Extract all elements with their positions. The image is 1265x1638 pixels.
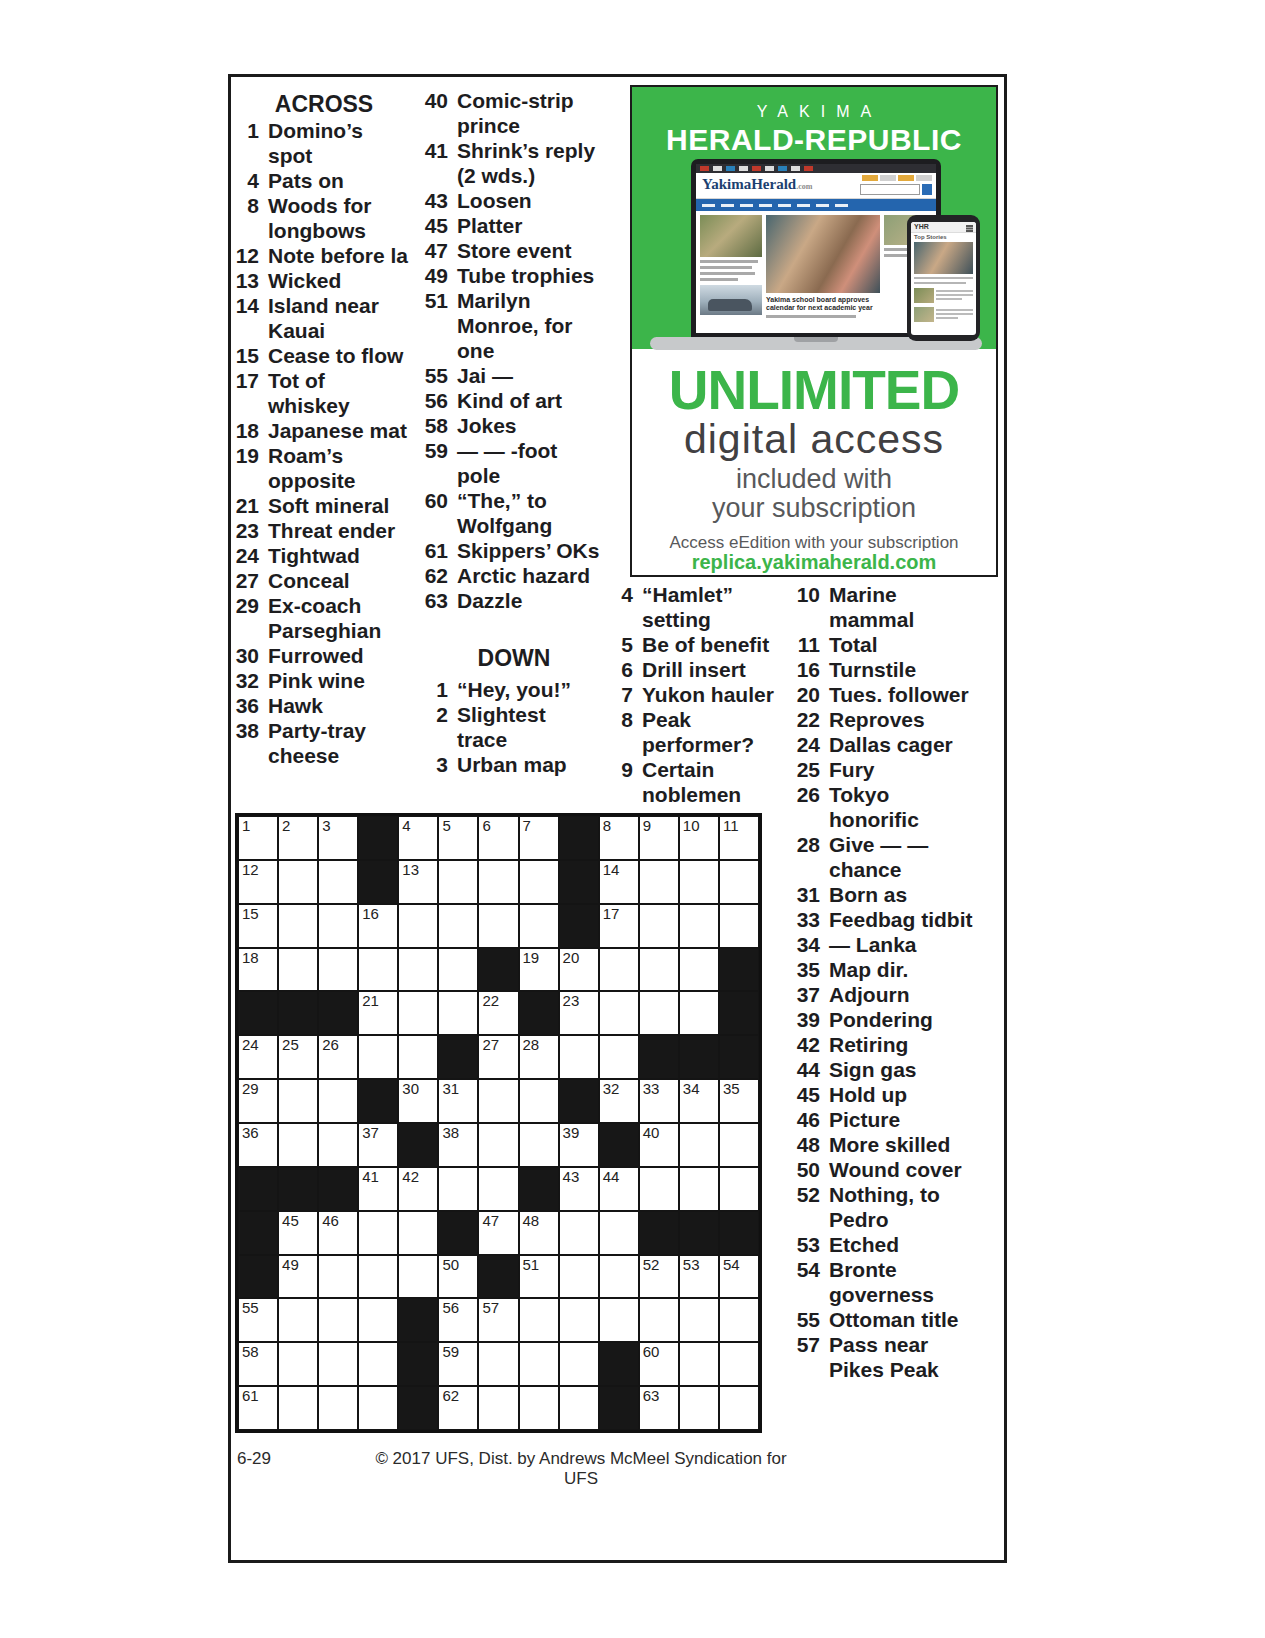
puzzle-date: 6-29: [237, 1449, 271, 1469]
clue-text: Japanese mat: [268, 418, 415, 443]
clue-item: 40Comic-strip prince: [422, 88, 606, 138]
grid-cell[interactable]: 23: [559, 991, 599, 1035]
grid-cell[interactable]: [358, 1035, 398, 1079]
grid-cell[interactable]: 46: [318, 1211, 358, 1255]
clue-text: Total: [829, 632, 997, 657]
grid-cell[interactable]: 5: [438, 816, 478, 860]
clue-item: 17Tot of whiskey: [233, 368, 415, 418]
grid-cell[interactable]: [519, 904, 559, 948]
cell-number: 63: [643, 1388, 660, 1404]
clue-item: 24Tightwad: [233, 543, 415, 568]
clue-text: Sign gas: [829, 1057, 997, 1082]
grid-cell[interactable]: 50: [438, 1255, 478, 1299]
grid-cell[interactable]: 7: [519, 816, 559, 860]
grid-cell[interactable]: [438, 1167, 478, 1211]
grid-cell[interactable]: [438, 904, 478, 948]
clue-number: 24: [789, 732, 820, 757]
grid-cell[interactable]: [719, 860, 759, 904]
clue-text: Comic-strip prince: [457, 88, 606, 138]
clue-number: 45: [789, 1082, 820, 1107]
clue-text: Slightest trace: [457, 702, 606, 752]
cell-number: 1: [242, 818, 250, 834]
phone-mockup: YHR Top Stories: [907, 215, 980, 341]
grid-cell[interactable]: 42: [398, 1167, 438, 1211]
grid-cell[interactable]: [398, 904, 438, 948]
site-search-button: [922, 184, 932, 195]
cell-number: 60: [643, 1344, 660, 1360]
clue-number: 23: [233, 518, 259, 543]
clue-item: 20Tues. follower: [789, 682, 997, 707]
grid-cell[interactable]: 24: [238, 1035, 278, 1079]
phone-thumb-2: [914, 307, 934, 322]
grid-cell[interactable]: [679, 860, 719, 904]
clue-text: Store event: [457, 238, 606, 263]
cell-number: 61: [242, 1388, 259, 1404]
grid-cell[interactable]: 63: [639, 1386, 679, 1430]
grid-cell[interactable]: 10: [679, 816, 719, 860]
cell-number: 36: [242, 1125, 259, 1141]
grid-cell[interactable]: [278, 1123, 318, 1167]
black-cell: [438, 1211, 478, 1255]
cell-number: 14: [603, 862, 620, 878]
phone-thumb-1: [914, 288, 934, 303]
ad-included-line1: included with: [632, 465, 996, 494]
cell-number: 55: [242, 1300, 259, 1316]
clue-text: Note before la: [268, 243, 415, 268]
grid-cell[interactable]: 52: [639, 1255, 679, 1299]
cell-number: 22: [482, 993, 499, 1009]
cell-number: 15: [242, 906, 259, 922]
grid-cell[interactable]: 3: [318, 816, 358, 860]
clue-item: 31Born as: [789, 882, 997, 907]
grid-cell[interactable]: 32: [599, 1079, 639, 1123]
site-search-box: [860, 184, 920, 195]
grid-cell[interactable]: 17: [599, 904, 639, 948]
black-cell: [398, 1342, 438, 1386]
grid-cell[interactable]: [559, 1255, 599, 1299]
cell-number: 5: [442, 818, 450, 834]
clue-text: Ex-coach Parseghian: [268, 593, 415, 643]
clue-number: 7: [611, 682, 633, 707]
black-cell: [238, 1255, 278, 1299]
cell-number: 31: [442, 1081, 459, 1097]
cell-number: 9: [643, 818, 651, 834]
clue-number: 59: [422, 438, 448, 463]
grid-cell[interactable]: 54: [719, 1255, 759, 1299]
grid-cell[interactable]: [679, 1386, 719, 1430]
clue-text: Island near Kauai: [268, 293, 415, 343]
ad-included-line2: your subscription: [632, 494, 996, 523]
grid-cell[interactable]: [478, 1123, 518, 1167]
clue-number: 15: [233, 343, 259, 368]
grid-cell[interactable]: [639, 860, 679, 904]
grid-cell[interactable]: [639, 991, 679, 1035]
car-ad-image: [700, 285, 762, 315]
grid-cell[interactable]: 51: [519, 1255, 559, 1299]
grid-cell[interactable]: [679, 1298, 719, 1342]
ad-url-link[interactable]: replica.yakimaherald.com: [632, 551, 996, 574]
cell-number: 54: [723, 1257, 740, 1273]
black-cell: [358, 860, 398, 904]
clue-text: Dazzle: [457, 588, 606, 613]
black-cell: [599, 1123, 639, 1167]
clue-number: 36: [233, 693, 259, 718]
grid-cell[interactable]: 58: [238, 1342, 278, 1386]
clue-text: “Hey, you!”: [457, 677, 606, 702]
grid-cell[interactable]: 39: [559, 1123, 599, 1167]
grid-cell[interactable]: [639, 1167, 679, 1211]
grid-cell[interactable]: [559, 1386, 599, 1430]
grid-cell[interactable]: [478, 860, 518, 904]
grid-cell[interactable]: [318, 860, 358, 904]
grid-cell[interactable]: 53: [679, 1255, 719, 1299]
grid-cell[interactable]: 36: [238, 1123, 278, 1167]
clue-text: Ottoman title: [829, 1307, 997, 1332]
clue-item: 7Yukon hauler: [611, 682, 791, 707]
grid-cell[interactable]: [438, 991, 478, 1035]
grid-cell[interactable]: [358, 948, 398, 992]
black-cell: [278, 991, 318, 1035]
black-cell: [358, 816, 398, 860]
grid-cell[interactable]: [318, 1342, 358, 1386]
grid-cell[interactable]: [679, 1342, 719, 1386]
clue-number: 8: [233, 193, 259, 218]
clue-number: 34: [789, 932, 820, 957]
clue-number: 55: [422, 363, 448, 388]
grid-cell[interactable]: 40: [639, 1123, 679, 1167]
grid-cell[interactable]: 35: [719, 1079, 759, 1123]
grid-cell[interactable]: 26: [318, 1035, 358, 1079]
clue-text: Pondering: [829, 1007, 997, 1032]
clue-text: Drill insert: [642, 657, 791, 682]
clue-text: Picture: [829, 1107, 997, 1132]
grid-cell[interactable]: [599, 1255, 639, 1299]
grid-cell[interactable]: 49: [278, 1255, 318, 1299]
newspaper-puzzle-page: ACROSS1Domino’s spot4Pats on8Woods for l…: [0, 0, 1265, 1638]
grid-cell[interactable]: 43: [559, 1167, 599, 1211]
grid-cell[interactable]: 8: [599, 816, 639, 860]
grid-cell[interactable]: [679, 991, 719, 1035]
clue-number: 10: [789, 582, 820, 607]
phone-site-label: YHR: [914, 223, 929, 231]
grid-cell[interactable]: 19: [519, 948, 559, 992]
clue-text: Adjourn: [829, 982, 997, 1007]
grid-cell[interactable]: [358, 1298, 398, 1342]
black-cell: [238, 991, 278, 1035]
clue-text: Urban map: [457, 752, 606, 777]
clue-number: 42: [789, 1032, 820, 1057]
black-cell: [358, 1079, 398, 1123]
grid-cell[interactable]: [719, 1386, 759, 1430]
site-top-tabs: [862, 175, 932, 181]
clue-item: 11Total: [789, 632, 997, 657]
grid-cell[interactable]: 41: [358, 1167, 398, 1211]
grid-cell[interactable]: [478, 1167, 518, 1211]
clue-number: 2: [422, 702, 448, 727]
grid-cell[interactable]: [398, 1255, 438, 1299]
grid-cell[interactable]: [318, 1079, 358, 1123]
black-cell: [559, 904, 599, 948]
grid-cell[interactable]: [639, 1298, 679, 1342]
black-cell: [559, 1079, 599, 1123]
grid-cell[interactable]: [478, 1342, 518, 1386]
grid-cell[interactable]: [398, 948, 438, 992]
cell-number: 45: [282, 1213, 299, 1229]
grid-cell[interactable]: [719, 1298, 759, 1342]
grid-cell[interactable]: [278, 904, 318, 948]
grid-cell[interactable]: 37: [358, 1123, 398, 1167]
grid-cell[interactable]: 56: [438, 1298, 478, 1342]
clue-item: 50Wound cover: [789, 1157, 997, 1182]
clue-text: Tues. follower: [829, 682, 997, 707]
clue-number: 55: [789, 1307, 820, 1332]
cell-number: 30: [402, 1081, 419, 1097]
grid-cell[interactable]: [318, 904, 358, 948]
cell-number: 35: [723, 1081, 740, 1097]
clue-text: Wound cover: [829, 1157, 997, 1182]
cell-number: 51: [523, 1257, 540, 1273]
grid-cell[interactable]: [278, 1386, 318, 1430]
site-left-column: [700, 215, 762, 318]
grid-cell[interactable]: 62: [438, 1386, 478, 1430]
grid-cell[interactable]: 60: [639, 1342, 679, 1386]
grid-cell[interactable]: 31: [438, 1079, 478, 1123]
grid-cell[interactable]: [358, 1255, 398, 1299]
grid-cell[interactable]: [719, 904, 759, 948]
grid-cell[interactable]: 47: [478, 1211, 518, 1255]
clue-text: Retiring: [829, 1032, 997, 1057]
clue-item: 25Fury: [789, 757, 997, 782]
grid-cell[interactable]: [599, 1035, 639, 1079]
grid-cell[interactable]: 6: [478, 816, 518, 860]
grid-cell[interactable]: [278, 1298, 318, 1342]
grid-cell[interactable]: [679, 948, 719, 992]
black-cell: [519, 991, 559, 1035]
puzzle-content-box: ACROSS1Domino’s spot4Pats on8Woods for l…: [228, 74, 1007, 1563]
ad-access-line: Access eEdition with your subscription: [632, 533, 996, 553]
grid-cell[interactable]: [679, 904, 719, 948]
clue-item: 36Hawk: [233, 693, 415, 718]
grid-cell[interactable]: 2: [278, 816, 318, 860]
black-cell: [639, 1211, 679, 1255]
grid-cell[interactable]: [318, 1255, 358, 1299]
clue-item: 9Certain noblemen: [611, 757, 791, 807]
grid-cell[interactable]: [559, 1035, 599, 1079]
grid-cell[interactable]: 15: [238, 904, 278, 948]
grid-cell[interactable]: 29: [238, 1079, 278, 1123]
grid-cell[interactable]: 20: [559, 948, 599, 992]
grid-cell[interactable]: 21: [358, 991, 398, 1035]
clue-number: 45: [422, 213, 448, 238]
clue-item: 46Picture: [789, 1107, 997, 1132]
grid-cell[interactable]: [278, 1342, 318, 1386]
grid-cell[interactable]: [599, 1211, 639, 1255]
clue-column-down-right: 10Marine mammal11Total16Turnstile20Tues.…: [789, 582, 997, 1382]
grid-cell[interactable]: [519, 860, 559, 904]
cell-number: 37: [362, 1125, 379, 1141]
grid-cell[interactable]: [719, 1342, 759, 1386]
grid-cell[interactable]: [719, 1123, 759, 1167]
clue-number: 24: [233, 543, 259, 568]
clue-item: 47Store event: [422, 238, 606, 263]
clue-item: 15Cease to flow: [233, 343, 415, 368]
cell-number: 52: [643, 1257, 660, 1273]
grid-cell[interactable]: 14: [599, 860, 639, 904]
grid-cell[interactable]: [478, 904, 518, 948]
ad-yakima-herald: YAKIMA HERALD-REPUBLIC YakimaHerald.com: [630, 85, 998, 577]
grid-cell[interactable]: [278, 948, 318, 992]
cell-number: 34: [683, 1081, 700, 1097]
grid-cell[interactable]: 9: [639, 816, 679, 860]
clue-text: Platter: [457, 213, 606, 238]
grid-cell[interactable]: [278, 1079, 318, 1123]
grid-cell[interactable]: 48: [519, 1211, 559, 1255]
grid-cell[interactable]: 45: [278, 1211, 318, 1255]
clue-text: Marine mammal: [829, 582, 997, 632]
grid-cell[interactable]: [679, 1123, 719, 1167]
black-cell: [679, 1211, 719, 1255]
laptop-mockup: YakimaHerald.com: [691, 159, 941, 337]
grid-cell[interactable]: [318, 1386, 358, 1430]
grid-cell[interactable]: [358, 1342, 398, 1386]
grid-cell[interactable]: 34: [679, 1079, 719, 1123]
grid-cell[interactable]: [358, 1386, 398, 1430]
grid-cell[interactable]: [438, 948, 478, 992]
clue-item: 18Japanese mat: [233, 418, 415, 443]
grid-cell[interactable]: [599, 948, 639, 992]
clue-text: — Lanka: [829, 932, 997, 957]
clue-number: 30: [233, 643, 259, 668]
clue-text: Tot of whiskey: [268, 368, 415, 418]
clue-text: Soft mineral: [268, 493, 415, 518]
grid-cell[interactable]: 22: [478, 991, 518, 1035]
clue-number: 6: [611, 657, 633, 682]
black-cell: [238, 1167, 278, 1211]
clue-text: Hawk: [268, 693, 415, 718]
grid-cell[interactable]: 33: [639, 1079, 679, 1123]
grid-cell[interactable]: [438, 860, 478, 904]
grid-cell[interactable]: 16: [358, 904, 398, 948]
grid-cell[interactable]: 27: [478, 1035, 518, 1079]
clue-item: 14Island near Kauai: [233, 293, 415, 343]
clue-text: Dallas cager: [829, 732, 997, 757]
clue-number: 16: [789, 657, 820, 682]
grid-cell[interactable]: 59: [438, 1342, 478, 1386]
grid-cell[interactable]: [519, 1123, 559, 1167]
grid-cell[interactable]: 55: [238, 1298, 278, 1342]
grid-cell[interactable]: 44: [599, 1167, 639, 1211]
clue-item: 13Wicked: [233, 268, 415, 293]
grid-cell[interactable]: [679, 1167, 719, 1211]
grid-cell[interactable]: [519, 1298, 559, 1342]
grid-cell[interactable]: [639, 948, 679, 992]
clue-text: Hold up: [829, 1082, 997, 1107]
grid-cell[interactable]: 18: [238, 948, 278, 992]
site-content: Yakima school board approves calendar fo…: [696, 211, 936, 322]
clue-list-header: DOWN: [422, 645, 606, 671]
clue-text: “The,” to Wolfgang: [457, 488, 606, 538]
grid-cell[interactable]: [559, 1298, 599, 1342]
black-cell: [478, 1255, 518, 1299]
laptop-website-preview: YakimaHerald.com: [696, 164, 936, 333]
grid-cell[interactable]: [318, 948, 358, 992]
grid-cell[interactable]: [318, 1123, 358, 1167]
grid-cell[interactable]: [278, 860, 318, 904]
black-cell: [599, 1342, 639, 1386]
clue-item: 45Platter: [422, 213, 606, 238]
clue-item: 23Threat ender: [233, 518, 415, 543]
grid-cell[interactable]: 1: [238, 816, 278, 860]
grid-cell[interactable]: 11: [719, 816, 759, 860]
black-cell: [519, 1167, 559, 1211]
grid-cell[interactable]: [519, 1342, 559, 1386]
clue-number: 52: [789, 1182, 820, 1207]
clue-number: 29: [233, 593, 259, 618]
grid-cell[interactable]: 12: [238, 860, 278, 904]
clue-item: 57Pass near Pikes Peak: [789, 1332, 997, 1382]
clue-text: More skilled: [829, 1132, 997, 1157]
grid-cell[interactable]: 38: [438, 1123, 478, 1167]
cell-number: 4: [402, 818, 410, 834]
clue-column-across-down: 40Comic-strip prince41Shrink’s reply (2 …: [422, 88, 606, 777]
clue-item: 41Shrink’s reply (2 wds.): [422, 138, 606, 188]
grid-cell[interactable]: 28: [519, 1035, 559, 1079]
clue-text: Give — — chance: [829, 832, 997, 882]
clue-item: 62Arctic hazard: [422, 563, 606, 588]
clue-text: Domino’s spot: [268, 118, 415, 168]
clue-item: 39Pondering: [789, 1007, 997, 1032]
clue-number: 49: [422, 263, 448, 288]
grid-cell[interactable]: [519, 1386, 559, 1430]
black-cell: [719, 991, 759, 1035]
black-cell: [398, 1298, 438, 1342]
clue-item: 55Jai —: [422, 363, 606, 388]
cell-number: 46: [322, 1213, 339, 1229]
grid-cell[interactable]: 4: [398, 816, 438, 860]
clue-number: 19: [233, 443, 259, 468]
clue-text: Map dir.: [829, 957, 997, 982]
clue-text: Pats on: [268, 168, 415, 193]
grid-cell[interactable]: [358, 1211, 398, 1255]
grid-cell[interactable]: 57: [478, 1298, 518, 1342]
clue-text: Cease to flow: [268, 343, 415, 368]
grid-cell[interactable]: [478, 1079, 518, 1123]
grid-cell[interactable]: 61: [238, 1386, 278, 1430]
grid-cell[interactable]: [398, 1211, 438, 1255]
grid-cell[interactable]: [519, 1079, 559, 1123]
clue-item: 59— — -foot pole: [422, 438, 606, 488]
grid-cell[interactable]: [318, 1298, 358, 1342]
clue-text: Wicked: [268, 268, 415, 293]
grid-cell[interactable]: [398, 991, 438, 1035]
grid-cell[interactable]: [639, 904, 679, 948]
cell-number: 42: [402, 1169, 419, 1185]
grid-cell[interactable]: [599, 991, 639, 1035]
grid-cell[interactable]: [719, 1167, 759, 1211]
grid-cell[interactable]: [478, 1386, 518, 1430]
cell-number: 33: [643, 1081, 660, 1097]
grid-cell[interactable]: [559, 1211, 599, 1255]
grid-cell[interactable]: 30: [398, 1079, 438, 1123]
black-cell: [398, 1386, 438, 1430]
clue-number: 25: [789, 757, 820, 782]
grid-cell[interactable]: 13: [398, 860, 438, 904]
grid-cell[interactable]: [599, 1298, 639, 1342]
clue-number: 28: [789, 832, 820, 857]
grid-cell[interactable]: 25: [278, 1035, 318, 1079]
grid-cell[interactable]: [398, 1035, 438, 1079]
grid-cell[interactable]: [559, 1342, 599, 1386]
